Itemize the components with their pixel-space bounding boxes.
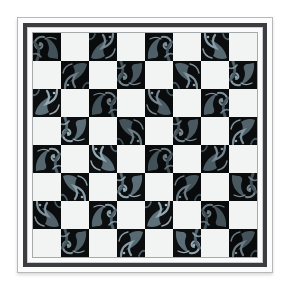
square-a8 — [33, 33, 61, 61]
square-c7 — [89, 61, 117, 89]
square-b6 — [61, 89, 89, 117]
baroque-leaf-pattern — [173, 229, 201, 257]
square-f4 — [173, 145, 201, 173]
baroque-leaf-pattern — [229, 61, 257, 89]
square-g6 — [201, 89, 229, 117]
square-e5 — [145, 117, 173, 145]
square-d7 — [117, 61, 145, 89]
square-e2 — [145, 201, 173, 229]
baroque-leaf-pattern — [229, 117, 257, 145]
baroque-leaf-pattern — [117, 229, 145, 257]
square-b4 — [61, 145, 89, 173]
square-a6 — [33, 89, 61, 117]
square-a2 — [33, 201, 61, 229]
baroque-leaf-pattern — [173, 117, 201, 145]
square-b2 — [61, 201, 89, 229]
square-g8 — [201, 33, 229, 61]
baroque-leaf-pattern — [61, 61, 89, 89]
baroque-leaf-pattern — [61, 117, 89, 145]
square-c2 — [89, 201, 117, 229]
product-photo — [0, 0, 290, 290]
square-g1 — [201, 229, 229, 257]
baroque-leaf-pattern — [61, 229, 89, 257]
square-f3 — [173, 173, 201, 201]
square-a3 — [33, 173, 61, 201]
square-h1 — [229, 229, 257, 257]
square-a5 — [33, 117, 61, 145]
square-h8 — [229, 33, 257, 61]
square-c3 — [89, 173, 117, 201]
square-a1 — [33, 229, 61, 257]
square-f7 — [173, 61, 201, 89]
baroque-leaf-pattern — [89, 145, 117, 173]
square-b3 — [61, 173, 89, 201]
board-inner-frame — [27, 27, 263, 263]
baroque-leaf-pattern — [229, 229, 257, 257]
square-c6 — [89, 89, 117, 117]
square-a4 — [33, 145, 61, 173]
board-dark-band — [23, 23, 267, 267]
square-e6 — [145, 89, 173, 117]
square-c8 — [89, 33, 117, 61]
square-e4 — [145, 145, 173, 173]
square-f6 — [173, 89, 201, 117]
square-c1 — [89, 229, 117, 257]
baroque-leaf-pattern — [61, 173, 89, 201]
board-outer-frame — [17, 17, 273, 273]
baroque-leaf-pattern — [89, 89, 117, 117]
square-d3 — [117, 173, 145, 201]
square-e3 — [145, 173, 173, 201]
baroque-leaf-pattern — [229, 173, 257, 201]
square-h7 — [229, 61, 257, 89]
baroque-leaf-pattern — [117, 117, 145, 145]
square-f8 — [173, 33, 201, 61]
baroque-leaf-pattern — [33, 89, 61, 117]
square-g3 — [201, 173, 229, 201]
baroque-leaf-pattern — [33, 33, 61, 61]
square-g5 — [201, 117, 229, 145]
baroque-leaf-pattern — [173, 173, 201, 201]
baroque-leaf-pattern — [145, 201, 173, 229]
square-g4 — [201, 145, 229, 173]
square-g7 — [201, 61, 229, 89]
square-h2 — [229, 201, 257, 229]
baroque-leaf-pattern — [33, 201, 61, 229]
baroque-leaf-pattern — [89, 201, 117, 229]
square-d6 — [117, 89, 145, 117]
square-b5 — [61, 117, 89, 145]
square-f5 — [173, 117, 201, 145]
square-a7 — [33, 61, 61, 89]
square-e8 — [145, 33, 173, 61]
square-h5 — [229, 117, 257, 145]
square-h6 — [229, 89, 257, 117]
square-d8 — [117, 33, 145, 61]
baroque-leaf-pattern — [201, 89, 229, 117]
square-h3 — [229, 173, 257, 201]
baroque-leaf-pattern — [89, 33, 117, 61]
square-b1 — [61, 229, 89, 257]
square-d5 — [117, 117, 145, 145]
square-e1 — [145, 229, 173, 257]
square-e7 — [145, 61, 173, 89]
square-d2 — [117, 201, 145, 229]
square-f2 — [173, 201, 201, 229]
square-g2 — [201, 201, 229, 229]
baroque-leaf-pattern — [117, 173, 145, 201]
baroque-leaf-pattern — [201, 33, 229, 61]
square-d1 — [117, 229, 145, 257]
baroque-leaf-pattern — [173, 61, 201, 89]
square-b7 — [61, 61, 89, 89]
baroque-leaf-pattern — [145, 33, 173, 61]
square-c4 — [89, 145, 117, 173]
baroque-leaf-pattern — [145, 145, 173, 173]
square-f1 — [173, 229, 201, 257]
baroque-leaf-pattern — [201, 145, 229, 173]
baroque-leaf-pattern — [145, 89, 173, 117]
baroque-leaf-pattern — [117, 61, 145, 89]
board-field-border — [32, 32, 258, 258]
square-c5 — [89, 117, 117, 145]
baroque-leaf-pattern — [33, 145, 61, 173]
chessboard-grid — [33, 33, 257, 257]
square-d4 — [117, 145, 145, 173]
square-h4 — [229, 145, 257, 173]
baroque-leaf-pattern — [201, 201, 229, 229]
square-b8 — [61, 33, 89, 61]
